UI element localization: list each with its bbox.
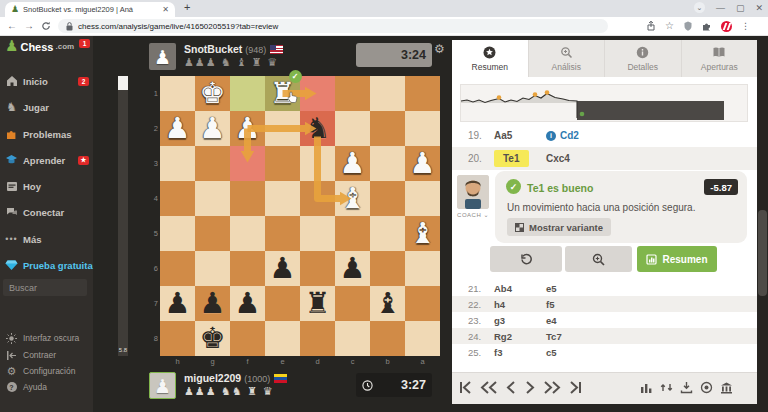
move-white[interactable]: Rg2 (494, 331, 512, 342)
move-black[interactable]: c5 (546, 347, 557, 358)
square-f7[interactable]: ♟ (230, 286, 265, 321)
coach-comment-title: Te1 es bueno (527, 182, 593, 194)
square-c8[interactable] (335, 321, 370, 356)
browser-toolbar: ← → chess.com/analysis/game/live/4165020… (0, 17, 768, 36)
magnifier-icon (560, 46, 573, 59)
square-e7[interactable] (265, 286, 300, 321)
black-pawn: ♟ (265, 251, 300, 286)
move-black[interactable]: Cxc4 (546, 153, 570, 164)
square-h4[interactable] (160, 181, 195, 216)
flip-board-icon[interactable] (660, 381, 673, 394)
move-black[interactable]: f5 (546, 299, 554, 310)
evaluation-graph[interactable] (460, 84, 748, 122)
square-d4[interactable] (300, 181, 335, 216)
window-close-button[interactable]: ✕ (755, 3, 763, 13)
black-bishop: ♝ (370, 286, 405, 321)
good-move-badge-icon: ✓ (289, 70, 302, 83)
square-f6[interactable] (230, 251, 265, 286)
move-row-20: 20.Te1Cxc4 (452, 147, 757, 170)
black-player-rating: (1000) (244, 374, 270, 384)
white-king: ♚ (195, 76, 230, 111)
move-black[interactable]: e5 (546, 283, 557, 294)
square-g3[interactable] (195, 146, 230, 181)
square-f3[interactable] (230, 146, 265, 181)
file-label-a: a (405, 357, 440, 366)
move-number: 23. (452, 315, 492, 326)
square-g2[interactable]: ♟ (195, 111, 230, 146)
square-g1[interactable]: ♚ (195, 76, 230, 111)
panel-content: 19.Aa5iCd220.Te1Cxc4 COACH ⌄ ✓ Te1 es bu… (452, 77, 757, 372)
square-d5[interactable] (300, 216, 335, 251)
chess-board: ♚♜♟♟♟♞♟♟♝♝♟♟♟♟♟♜♝♚ 12345678hgfedcba ✓ (160, 76, 440, 356)
coach-comment-bubble: ✓ Te1 es bueno -5.87 Un movimiento hacia… (495, 171, 747, 243)
square-e5[interactable] (265, 216, 300, 251)
white-pawn: ♟ (195, 111, 230, 146)
browser-tabstrip: ♟ SnotBucket vs. miguel2209 | Aná ✕ + ⌄ … (0, 0, 768, 17)
file-label-g: g (195, 357, 230, 366)
rank-label-4: 4 (147, 194, 158, 203)
square-e6[interactable]: ♟ (265, 251, 300, 286)
sidebar-item-contraer[interactable]: Contraer (5, 347, 89, 363)
square-c5[interactable] (335, 216, 370, 251)
chat-bubbles-icon (5, 206, 18, 219)
square-g5[interactable] (195, 216, 230, 251)
rank-label-1: 1 (147, 89, 158, 98)
page-scrollbar[interactable] (757, 36, 768, 412)
black-pawn: ♟ (230, 286, 265, 321)
square-e2[interactable] (265, 111, 300, 146)
file-label-c: c (335, 357, 370, 366)
white-player-name[interactable]: SnotBucket(948) (184, 43, 283, 55)
file-label-e: e (265, 357, 300, 366)
bookmark-star-icon[interactable]: ☆ (665, 21, 674, 31)
move-row-21: 21.Ab4e5 (452, 280, 757, 296)
square-b1[interactable] (370, 76, 405, 111)
zoom-button[interactable] (565, 246, 632, 272)
coach-comment-body: Un movimiento hacia una posición segura. (507, 202, 695, 213)
square-c4[interactable]: ♝ (335, 181, 370, 216)
square-c2[interactable] (335, 111, 370, 146)
move-white[interactable]: Te1 (494, 150, 529, 167)
white-pawn: ♟ (335, 146, 370, 181)
lock-icon (66, 22, 73, 31)
white-pawn: ♟ (160, 111, 195, 146)
rank-label-3: 3 (147, 159, 158, 168)
address-bar[interactable]: chess.com/analysis/game/live/41650205519… (58, 19, 608, 33)
library-icon[interactable] (720, 381, 733, 394)
coach-label[interactable]: COACH ⌄ (457, 211, 489, 218)
search-input[interactable] (3, 279, 87, 296)
undo-icon (520, 253, 533, 266)
white-clock: 3:24 (356, 43, 432, 67)
nav-first-icon[interactable] (459, 380, 473, 395)
sidebar-item-problemas[interactable]: Problemas (5, 126, 89, 142)
nav-fast-forward-icon[interactable] (543, 380, 561, 395)
avatar-white-player[interactable]: ♟ (149, 43, 176, 70)
move-number: 22. (452, 299, 492, 310)
sidebar-item-inicio[interactable]: Inicio 2 (5, 73, 89, 89)
black-pawn: ♟ (160, 286, 195, 321)
square-a7[interactable] (405, 286, 440, 321)
move-number: 24. (452, 331, 492, 342)
rank-label-8: 8 (147, 334, 158, 343)
square-f8[interactable] (230, 321, 265, 356)
new-tab-button[interactable]: + (184, 1, 190, 13)
white-player-rating: (948) (245, 45, 266, 55)
tab-title: SnotBucket vs. miguel2209 | Aná (23, 5, 158, 14)
move-white[interactable]: g3 (494, 315, 505, 326)
summary-button[interactable]: Resumen (637, 246, 717, 272)
nav-forward-icon[interactable] (524, 380, 536, 395)
logo-pawn-icon: ♟ (5, 39, 18, 54)
square-f5[interactable] (230, 216, 265, 251)
sidebar-item-interfaz-oscura[interactable]: Interfaz oscura (5, 330, 89, 346)
black-clock: 3:27 (356, 373, 432, 397)
square-b5[interactable] (370, 216, 405, 251)
chesscom-app: ♟ Chess.com 1 Inicio 2 ♞ Jugar Problemas… (0, 36, 768, 412)
square-d1[interactable] (300, 76, 335, 111)
clock-icon (362, 380, 373, 391)
square-b2[interactable] (370, 111, 405, 146)
window-minimize-button[interactable]: — (716, 3, 725, 13)
profile-chevron-icon[interactable]: ⌄ (694, 2, 705, 13)
file-label-d: d (300, 357, 335, 366)
sidebar: ♟ Chess.com 1 Inicio 2 ♞ Jugar Problemas… (0, 36, 93, 412)
white-bishop: ♝ (335, 181, 370, 216)
move-info-icon: i (546, 131, 556, 141)
square-f1[interactable] (230, 76, 265, 111)
tab-aperturas[interactable]: Aperturas (682, 40, 758, 77)
black-pawn: ♟ (195, 286, 230, 321)
chesscom-logo[interactable]: ♟ Chess.com (5, 39, 74, 54)
rank-label-7: 7 (147, 299, 158, 308)
evaluation-bar-white-share (118, 76, 128, 90)
window-maximize-button[interactable]: ▢ (736, 3, 745, 13)
square-d3[interactable] (300, 146, 335, 181)
black-knight: ♞ (300, 111, 335, 146)
square-h6[interactable] (160, 251, 195, 286)
tab-close-icon[interactable]: ✕ (162, 5, 169, 14)
square-h5[interactable] (160, 216, 195, 251)
move-row-24: 24.Rg2Tc7 (452, 328, 757, 344)
more-dots-icon: ••• (5, 233, 18, 246)
square-b3[interactable] (370, 146, 405, 181)
square-d8[interactable] (300, 321, 335, 356)
square-h2[interactable]: ♟ (160, 111, 195, 146)
square-a4[interactable] (405, 181, 440, 216)
sidebar-item-jugar[interactable]: ♞ Jugar (5, 99, 89, 115)
good-move-check-icon: ✓ (506, 179, 521, 194)
gear-icon: ⚙ (5, 365, 18, 378)
square-a5[interactable]: ♝ (405, 216, 440, 251)
calendar-icon (5, 180, 18, 193)
logo-text: Chess (20, 41, 53, 53)
sidebar-item-configuracion[interactable]: ⚙ Configuración (5, 363, 89, 379)
home-icon (5, 75, 18, 88)
white-bishop: ♝ (405, 216, 440, 251)
hive-extension-icon[interactable] (721, 21, 732, 32)
move-black[interactable]: Tc7 (546, 331, 562, 342)
retry-button[interactable] (490, 246, 562, 272)
board-settings-gear-icon[interactable]: ⚙ (434, 43, 445, 55)
nav-fast-back-icon[interactable] (480, 380, 498, 395)
help-icon: ? (5, 381, 18, 394)
sidebar-item-ayuda[interactable]: ? Ayuda (5, 379, 89, 395)
white-pawn: ♟ (405, 146, 440, 181)
square-c3[interactable]: ♟ (335, 146, 370, 181)
nav-back-icon[interactable] (505, 380, 517, 395)
square-g6[interactable] (195, 251, 230, 286)
square-e8[interactable] (265, 321, 300, 356)
panel-tabs: Resumen Análisis Detalles Aperturas (452, 40, 757, 77)
extensions-puzzle-icon[interactable] (702, 21, 712, 31)
square-e4[interactable] (265, 181, 300, 216)
file-label-h: h (160, 357, 195, 366)
square-a8[interactable] (405, 321, 440, 356)
browser-tab[interactable]: ♟ SnotBucket vs. miguel2209 | Aná ✕ (5, 2, 175, 17)
sidebar-item-prueba-gratuita[interactable]: Prueba gratuita (5, 257, 89, 273)
move-row-25: 25.f3c5 (452, 344, 757, 360)
download-icon[interactable] (680, 381, 693, 394)
black-king: ♚ (195, 321, 230, 356)
screen: ♟ SnotBucket vs. miguel2209 | Aná ✕ + ⌄ … (0, 0, 768, 412)
sidebar-item-conectar[interactable]: Conectar (5, 204, 89, 220)
evaluation-bar: 5.8 (118, 76, 128, 356)
move-white[interactable]: Ab4 (494, 283, 512, 294)
star-circle-icon (483, 46, 496, 59)
url-text: chess.com/analysis/game/live/41650205519… (78, 22, 278, 31)
square-b8[interactable] (370, 321, 405, 356)
black-rook: ♜ (300, 286, 335, 321)
move-white[interactable]: h4 (494, 299, 505, 310)
diamond-icon (5, 259, 18, 272)
square-b6[interactable] (370, 251, 405, 286)
collapse-icon (5, 349, 18, 362)
light-theme-icon (5, 332, 18, 345)
square-h3[interactable] (160, 146, 195, 181)
move-row-19: 19.Aa5iCd2 (452, 124, 757, 147)
tab-resumen[interactable]: Resumen (452, 40, 529, 77)
report-icon (646, 254, 657, 265)
rank-label-2: 2 (147, 124, 158, 133)
black-pawn: ♟ (335, 251, 370, 286)
square-b7[interactable]: ♝ (370, 286, 405, 321)
tab-analisis[interactable]: Análisis (529, 40, 606, 77)
scrollbar-thumb[interactable] (758, 210, 767, 296)
square-b4[interactable] (370, 181, 405, 216)
move-number: 20. (452, 153, 492, 164)
rank-label-5: 5 (147, 229, 158, 238)
square-g4[interactable] (195, 181, 230, 216)
sidebar-item-hoy[interactable]: Hoy (5, 178, 89, 194)
square-a6[interactable] (405, 251, 440, 286)
forward-icon[interactable]: → (24, 20, 34, 32)
engine-eval-badge: -5.87 (704, 179, 738, 195)
logo-notification-badge: 1 (79, 39, 90, 48)
captured-pieces-by-black: ♟♟♟ ♞♞ ♜ ♛ (184, 385, 274, 398)
back-icon[interactable]: ← (7, 20, 17, 32)
graduation-cap-icon (5, 154, 18, 167)
target-icon[interactable] (700, 381, 713, 394)
square-h7[interactable]: ♟ (160, 286, 195, 321)
square-c1[interactable] (335, 76, 370, 111)
file-label-b: b (370, 357, 405, 366)
move-white[interactable]: f3 (494, 347, 502, 358)
square-g8[interactable]: ♚ (195, 321, 230, 356)
move-black[interactable]: Cd2 (560, 130, 579, 141)
stats-chart-icon[interactable] (640, 381, 653, 394)
file-label-f: f (230, 357, 265, 366)
book-icon (712, 46, 726, 59)
reload-icon[interactable] (41, 21, 51, 31)
move-row-22: 22.h4f5 (452, 296, 757, 312)
move-number: 21. (452, 283, 492, 294)
square-f4[interactable] (230, 181, 265, 216)
magnifier-plus-icon (592, 253, 605, 266)
move-white[interactable]: Aa5 (494, 130, 512, 141)
move-row-23: 23.g3e4 (452, 312, 757, 328)
move-number: 19. (452, 130, 492, 141)
move-navigation-bar (452, 372, 757, 404)
avatar-black-player[interactable]: ♟ (149, 372, 176, 399)
square-e3[interactable] (265, 146, 300, 181)
chesscom-favicon: ♟ (11, 5, 19, 14)
square-a2[interactable] (405, 111, 440, 146)
venezuela-flag-icon (274, 374, 287, 383)
tab-detalles[interactable]: Detalles (605, 40, 682, 77)
square-a3[interactable]: ♟ (405, 146, 440, 181)
sidebar-item-aprender[interactable]: Aprender ★ (5, 152, 89, 168)
black-player-name[interactable]: miguel2209(1000) (184, 372, 287, 384)
captured-pieces-by-white: ♟♟♟ ♞ ♝ ♜ ♛ (184, 56, 278, 69)
aprender-badge: ★ (78, 156, 89, 165)
square-c7[interactable] (335, 286, 370, 321)
mini-board-icon (515, 223, 524, 232)
nav-last-icon[interactable] (568, 380, 582, 395)
evaluation-bar-value: 5.8 (118, 347, 128, 353)
us-flag-icon (270, 45, 283, 54)
sidebar-item-mas[interactable]: ••• Más (5, 231, 89, 247)
puzzle-icon (5, 128, 18, 141)
move-number: 25. (452, 347, 492, 358)
square-d6[interactable] (300, 251, 335, 286)
info-icon (636, 46, 649, 59)
coach-avatar[interactable] (457, 175, 489, 209)
shield-icon[interactable] (683, 21, 693, 31)
square-a1[interactable] (405, 76, 440, 111)
move-black[interactable]: e4 (546, 315, 557, 326)
inicio-badge: 2 (78, 77, 89, 86)
square-d2[interactable]: ♞ (300, 111, 335, 146)
rank-label-6: 6 (147, 264, 158, 273)
hand-cursor-icon (287, 91, 298, 103)
square-f2[interactable]: ♟ (230, 111, 265, 146)
share-icon[interactable] (646, 21, 656, 31)
analysis-panel: Resumen Análisis Detalles Aperturas 19.A… (452, 40, 757, 404)
square-h8[interactable] (160, 321, 195, 356)
square-h1[interactable] (160, 76, 195, 111)
square-c6[interactable]: ♟ (335, 251, 370, 286)
white-pawn: ♟ (230, 111, 265, 146)
knight-icon: ♞ (5, 101, 18, 114)
show-variant-button[interactable]: Mostrar variante (507, 218, 611, 236)
square-g7[interactable]: ♟ (195, 286, 230, 321)
browser-menu-icon[interactable]: ⋮ (741, 21, 750, 31)
square-d7[interactable]: ♜ (300, 286, 335, 321)
